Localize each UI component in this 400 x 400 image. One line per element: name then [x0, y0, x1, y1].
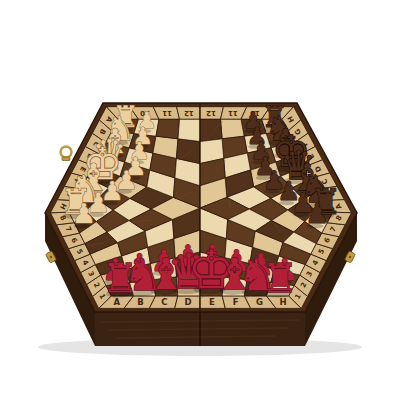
brass-ring-mount [62, 157, 70, 161]
three-player-chess-board: ABCDEFGH12345678HGFEDCBA91011121211109HG… [0, 0, 400, 400]
screenshot-root: ABCDEFGH12345678HGFEDCBA91011121211109HG… [0, 0, 400, 400]
brass-clasp-pin [349, 256, 351, 258]
brass-clasp-pin [50, 256, 52, 258]
coord-label: 12 [184, 109, 194, 117]
coord-label: 11 [228, 109, 238, 117]
board-cell[interactable] [178, 119, 200, 141]
red-rook[interactable]: ♜ [102, 255, 138, 301]
board-cell[interactable] [200, 119, 222, 141]
coord-label: 12 [206, 109, 216, 117]
brown-pawn[interactable]: ♟ [305, 198, 329, 229]
red-rook[interactable]: ♜ [262, 255, 298, 301]
board-cell[interactable] [221, 119, 245, 139]
white-pawn[interactable]: ♟ [72, 198, 96, 229]
board-cell[interactable] [156, 119, 180, 139]
brass-ring-icon [61, 147, 72, 158]
coord-label: 11 [162, 109, 172, 117]
